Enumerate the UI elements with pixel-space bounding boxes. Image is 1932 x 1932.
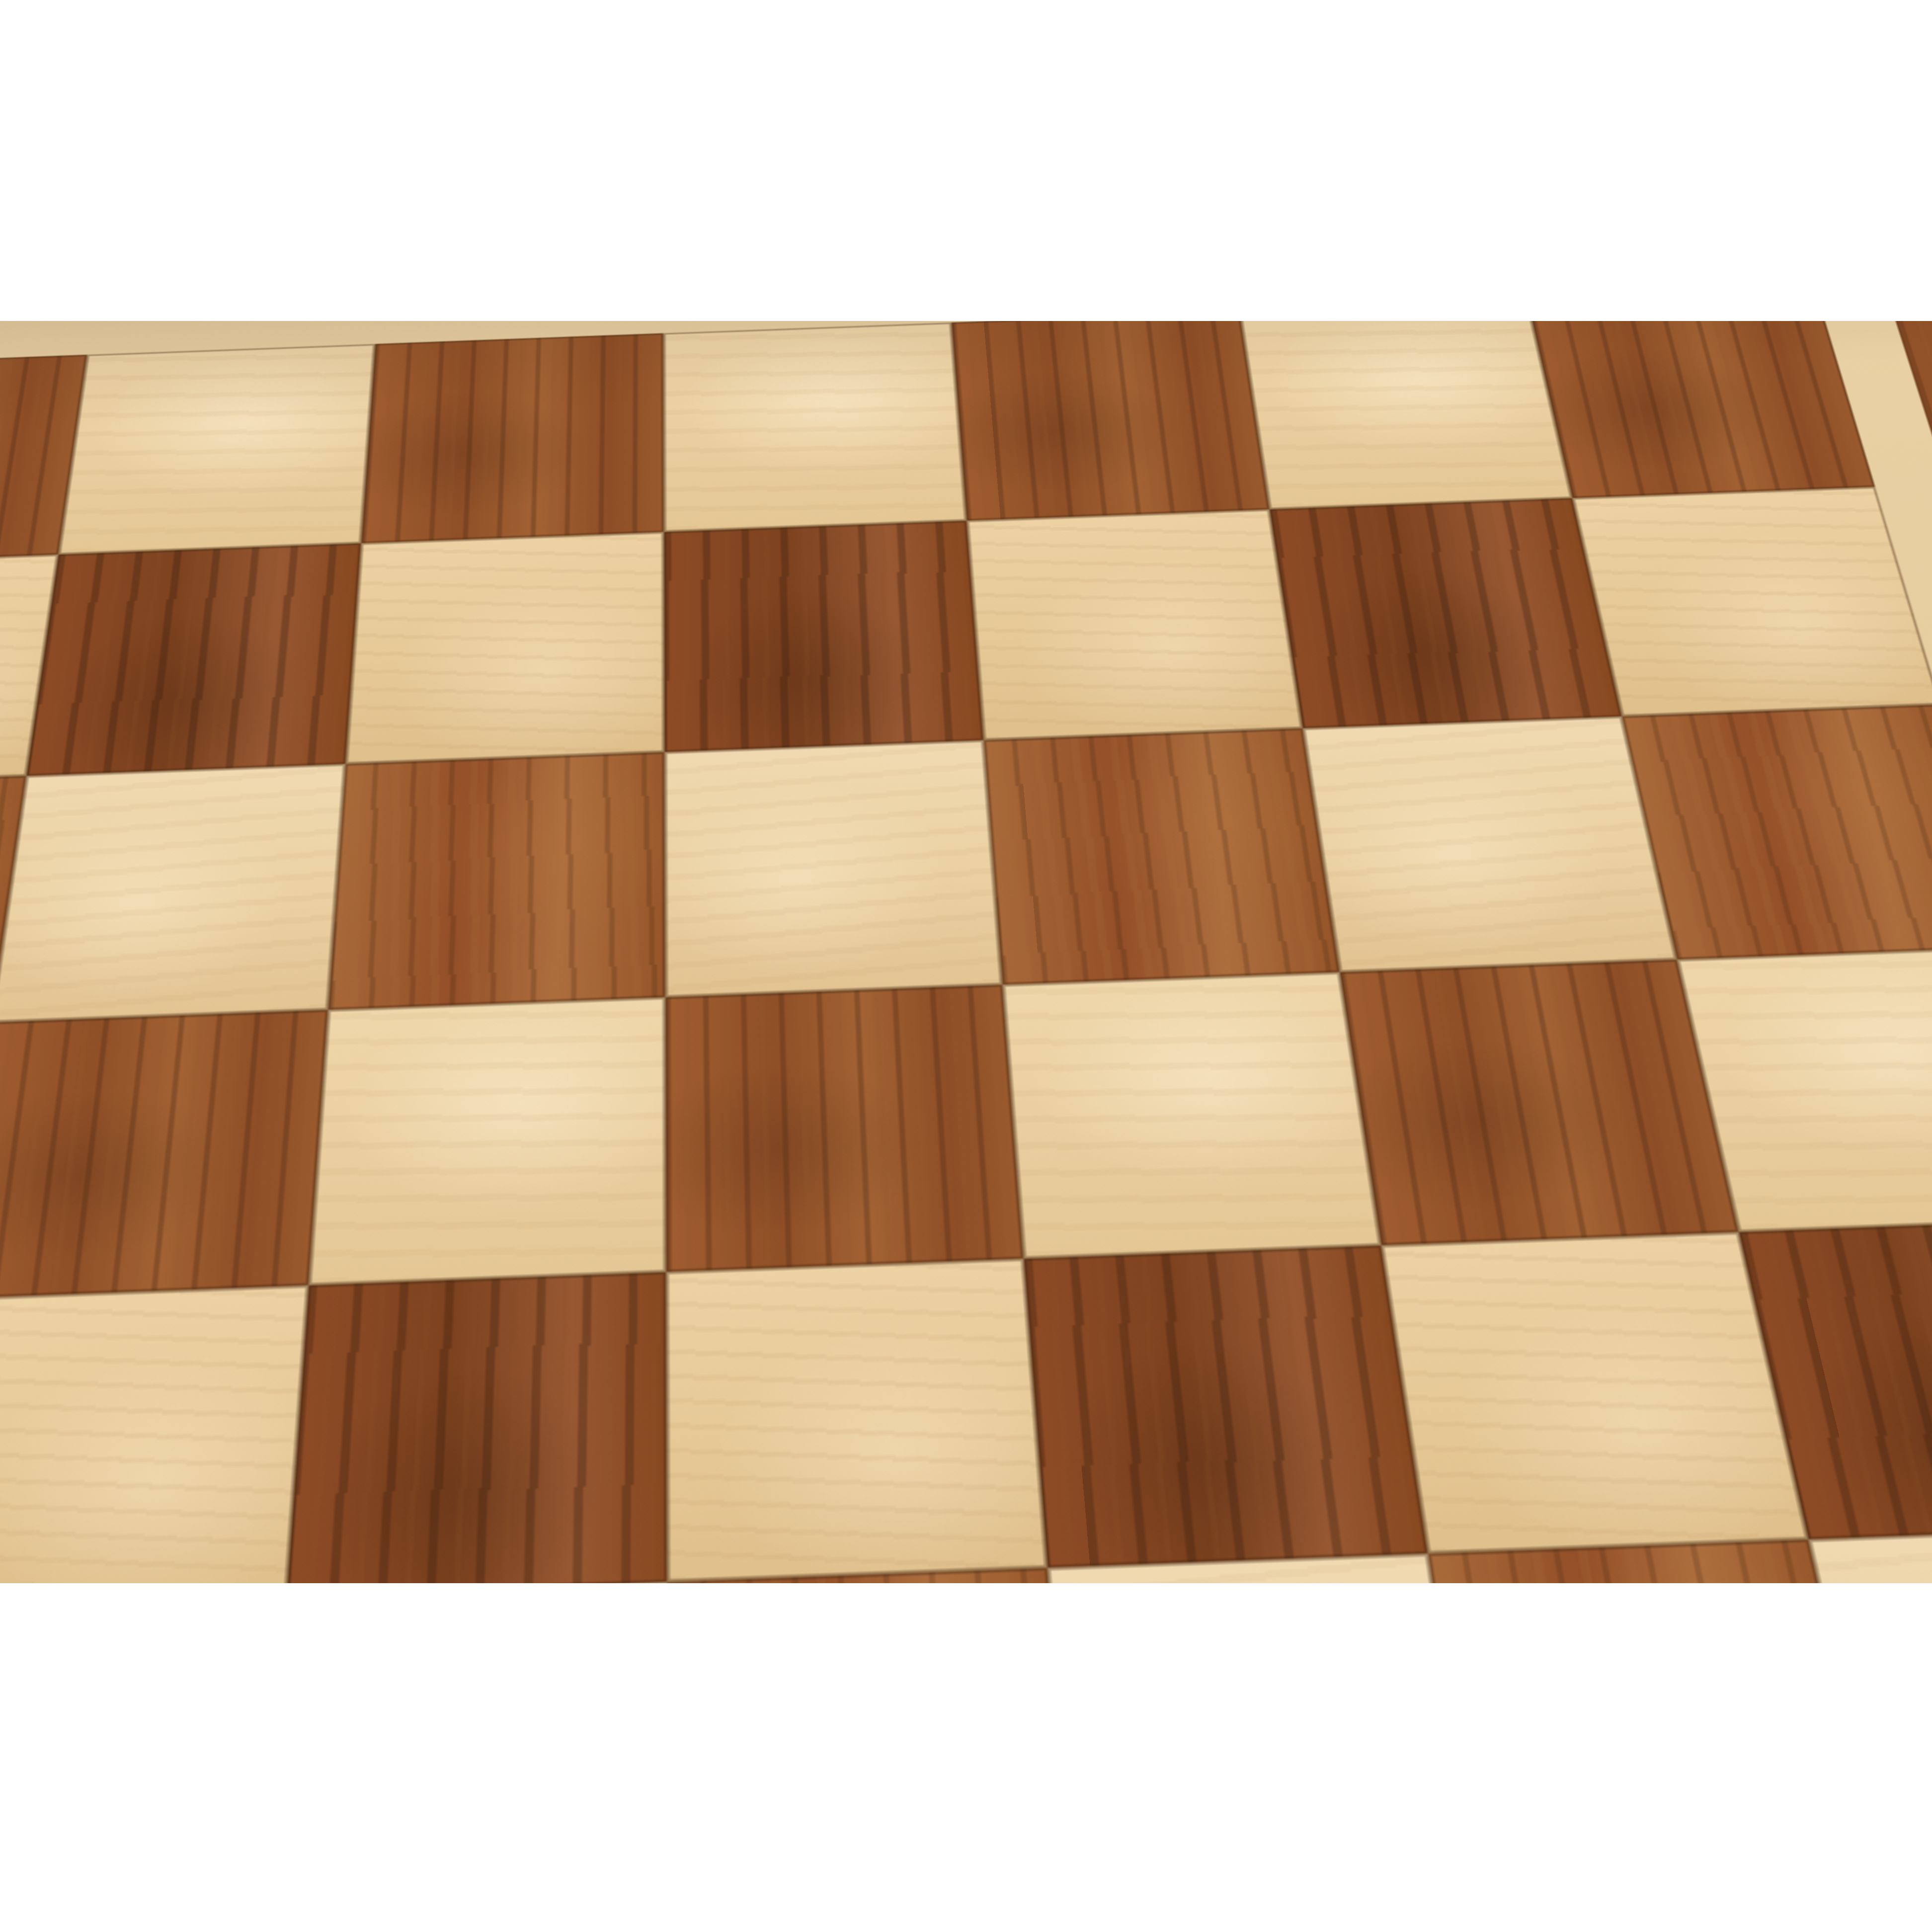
square-e6 [664,740,1002,997]
square-e5 [665,985,1024,1272]
top-white-band [0,0,1932,321]
square-f4 [1024,1245,1428,1568]
square-g8 [1239,321,1572,509]
square-f6 [983,728,1340,985]
square-c6 [0,764,345,1022]
square-e4 [666,1259,1047,1582]
square-g6 [1303,717,1677,972]
square-d4 [287,1272,667,1583]
chessboard-3d-wrapper [0,321,1932,1583]
square-c7 [26,543,361,776]
square-f7 [966,509,1302,740]
square-d7 [345,532,664,764]
chessboard [0,321,1932,1583]
square-h6 [1622,705,1932,960]
square-g7 [1270,498,1622,728]
square-d6 [328,752,665,1010]
square-f8 [952,321,1270,521]
square-f5 [1002,972,1381,1259]
square-g4 [1381,1232,1808,1553]
square-d8 [361,333,664,544]
square-c8 [58,344,375,555]
square-e8 [663,322,967,532]
square-h8 [1528,321,1875,498]
square-c4 [0,1286,309,1583]
square-d5 [309,997,666,1286]
product-photo-page [0,0,1932,1932]
board-photo [0,321,1932,1583]
square-c5 [0,1010,328,1298]
square-g5 [1340,960,1739,1245]
bottom-white-band [0,1583,1932,1932]
square-h7 [1572,487,1932,717]
square-e7 [664,521,983,752]
